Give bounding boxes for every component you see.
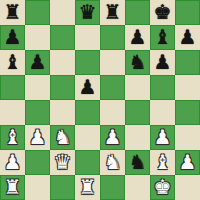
square-b6[interactable]: ♟: [25, 50, 50, 75]
square-e3[interactable]: ♟: [100, 125, 125, 150]
black-knight-piece: ♞: [129, 150, 147, 175]
black-pawn-piece: ♟: [29, 50, 47, 75]
square-c4[interactable]: [50, 100, 75, 125]
white-knight-piece: ♞: [54, 125, 72, 150]
square-b2[interactable]: [25, 150, 50, 175]
black-bishop-piece: ♝: [154, 25, 172, 50]
square-c7[interactable]: [50, 25, 75, 50]
black-knight-piece: ♞: [129, 50, 147, 75]
square-c1[interactable]: [50, 175, 75, 200]
square-d7[interactable]: [75, 25, 100, 50]
square-e1[interactable]: [100, 175, 125, 200]
square-a1[interactable]: ♜: [0, 175, 25, 200]
square-f8[interactable]: [125, 0, 150, 25]
square-g8[interactable]: ♚: [150, 0, 175, 25]
white-pawn-piece: ♟: [179, 150, 197, 175]
square-f2[interactable]: ♞: [125, 150, 150, 175]
white-pawn-piece: ♟: [29, 125, 47, 150]
square-e5[interactable]: [100, 75, 125, 100]
square-e8[interactable]: ♜: [100, 0, 125, 25]
square-d4[interactable]: [75, 100, 100, 125]
square-e2[interactable]: ♞: [100, 150, 125, 175]
chess-board: ♜♛♜♚♟♟♝♟♝♟♞♟♟♝♟♞♟♟♟♛♞♞♝♟♜♜♚: [0, 0, 200, 200]
square-f4[interactable]: [125, 100, 150, 125]
square-h2[interactable]: ♟: [175, 150, 200, 175]
square-d2[interactable]: [75, 150, 100, 175]
black-pawn-piece: ♟: [129, 25, 147, 50]
white-rook-piece: ♜: [4, 175, 22, 200]
square-h5[interactable]: [175, 75, 200, 100]
square-h1[interactable]: [175, 175, 200, 200]
square-b1[interactable]: [25, 175, 50, 200]
square-g7[interactable]: ♝: [150, 25, 175, 50]
square-g3[interactable]: ♟: [150, 125, 175, 150]
square-d5[interactable]: ♟: [75, 75, 100, 100]
square-g4[interactable]: [150, 100, 175, 125]
white-king-piece: ♚: [154, 175, 172, 200]
black-rook-piece: ♜: [104, 0, 122, 25]
square-a7[interactable]: ♟: [0, 25, 25, 50]
white-pawn-piece: ♟: [4, 150, 22, 175]
square-g5[interactable]: [150, 75, 175, 100]
square-a3[interactable]: ♝: [0, 125, 25, 150]
square-g1[interactable]: ♚: [150, 175, 175, 200]
square-f3[interactable]: [125, 125, 150, 150]
square-e6[interactable]: [100, 50, 125, 75]
square-a5[interactable]: [0, 75, 25, 100]
square-e7[interactable]: [100, 25, 125, 50]
square-d6[interactable]: [75, 50, 100, 75]
black-bishop-piece: ♝: [4, 50, 22, 75]
white-bishop-piece: ♝: [154, 150, 172, 175]
square-f1[interactable]: [125, 175, 150, 200]
square-a6[interactable]: ♝: [0, 50, 25, 75]
black-queen-piece: ♛: [79, 0, 97, 25]
square-c5[interactable]: [50, 75, 75, 100]
square-a2[interactable]: ♟: [0, 150, 25, 175]
square-a4[interactable]: [0, 100, 25, 125]
square-f7[interactable]: ♟: [125, 25, 150, 50]
white-bishop-piece: ♝: [4, 125, 22, 150]
square-a8[interactable]: ♜: [0, 0, 25, 25]
square-h7[interactable]: ♟: [175, 25, 200, 50]
square-h4[interactable]: [175, 100, 200, 125]
white-pawn-piece: ♟: [104, 125, 122, 150]
square-f5[interactable]: [125, 75, 150, 100]
black-pawn-piece: ♟: [79, 75, 97, 100]
square-g2[interactable]: ♝: [150, 150, 175, 175]
black-pawn-piece: ♟: [179, 25, 197, 50]
square-c3[interactable]: ♞: [50, 125, 75, 150]
square-g6[interactable]: ♟: [150, 50, 175, 75]
square-d8[interactable]: ♛: [75, 0, 100, 25]
square-h6[interactable]: [175, 50, 200, 75]
square-b7[interactable]: [25, 25, 50, 50]
square-c2[interactable]: ♛: [50, 150, 75, 175]
square-d1[interactable]: ♜: [75, 175, 100, 200]
square-e4[interactable]: [100, 100, 125, 125]
square-b4[interactable]: [25, 100, 50, 125]
square-b5[interactable]: [25, 75, 50, 100]
white-knight-piece: ♞: [104, 150, 122, 175]
square-h8[interactable]: [175, 0, 200, 25]
square-b8[interactable]: [25, 0, 50, 25]
square-d3[interactable]: [75, 125, 100, 150]
black-pawn-piece: ♟: [154, 50, 172, 75]
white-rook-piece: ♜: [79, 175, 97, 200]
black-king-piece: ♚: [154, 0, 172, 25]
white-pawn-piece: ♟: [154, 125, 172, 150]
square-c6[interactable]: [50, 50, 75, 75]
square-h3[interactable]: [175, 125, 200, 150]
square-b3[interactable]: ♟: [25, 125, 50, 150]
white-queen-piece: ♛: [54, 150, 72, 175]
square-f6[interactable]: ♞: [125, 50, 150, 75]
black-pawn-piece: ♟: [4, 25, 22, 50]
square-c8[interactable]: [50, 0, 75, 25]
black-rook-piece: ♜: [4, 0, 22, 25]
